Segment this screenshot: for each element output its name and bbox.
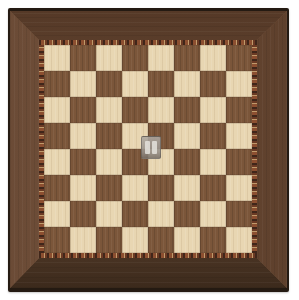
square-c2: [96, 201, 122, 227]
square-f7: [174, 71, 200, 97]
square-a8: [44, 45, 70, 71]
square-e2: [148, 201, 174, 227]
square-h3: [226, 175, 252, 201]
square-e7: [148, 71, 174, 97]
square-c8: [96, 45, 122, 71]
square-g2: [200, 201, 226, 227]
square-h5: [226, 123, 252, 149]
square-g1: [200, 227, 226, 253]
square-f4: [174, 149, 200, 175]
square-a4: [44, 149, 70, 175]
square-b2: [70, 201, 96, 227]
square-a3: [44, 175, 70, 201]
square-g5: [200, 123, 226, 149]
square-g3: [200, 175, 226, 201]
square-b7: [70, 71, 96, 97]
square-b5: [70, 123, 96, 149]
square-f5: [174, 123, 200, 149]
square-a5: [44, 123, 70, 149]
square-e6: [148, 97, 174, 123]
square-h7: [226, 71, 252, 97]
chess-board: [8, 8, 289, 292]
square-d8: [122, 45, 148, 71]
square-a2: [44, 201, 70, 227]
square-c3: [96, 175, 122, 201]
square-h6: [226, 97, 252, 123]
watermark-bar: [145, 141, 150, 154]
square-b4: [70, 149, 96, 175]
square-h8: [226, 45, 252, 71]
square-b8: [70, 45, 96, 71]
square-g7: [200, 71, 226, 97]
square-h4: [226, 149, 252, 175]
square-f2: [174, 201, 200, 227]
square-e8: [148, 45, 174, 71]
square-g4: [200, 149, 226, 175]
square-d2: [122, 201, 148, 227]
square-c6: [96, 97, 122, 123]
square-e1: [148, 227, 174, 253]
square-d3: [122, 175, 148, 201]
square-d7: [122, 71, 148, 97]
square-g8: [200, 45, 226, 71]
square-b3: [70, 175, 96, 201]
square-c7: [96, 71, 122, 97]
square-c5: [96, 123, 122, 149]
square-b1: [70, 227, 96, 253]
square-f1: [174, 227, 200, 253]
square-e3: [148, 175, 174, 201]
square-a7: [44, 71, 70, 97]
square-g6: [200, 97, 226, 123]
watermark-bar: [152, 141, 157, 154]
inlay-border-bottom: [39, 253, 257, 258]
square-a6: [44, 97, 70, 123]
square-a1: [44, 227, 70, 253]
product-photo[interactable]: [0, 0, 299, 300]
square-b6: [70, 97, 96, 123]
inlay-border-right: [252, 45, 257, 253]
square-h2: [226, 201, 252, 227]
square-h1: [226, 227, 252, 253]
board-frame: [10, 11, 287, 288]
square-f6: [174, 97, 200, 123]
square-c1: [96, 227, 122, 253]
watermark-icon: [141, 136, 161, 159]
square-f8: [174, 45, 200, 71]
square-c4: [96, 149, 122, 175]
square-f3: [174, 175, 200, 201]
square-d1: [122, 227, 148, 253]
square-d6: [122, 97, 148, 123]
